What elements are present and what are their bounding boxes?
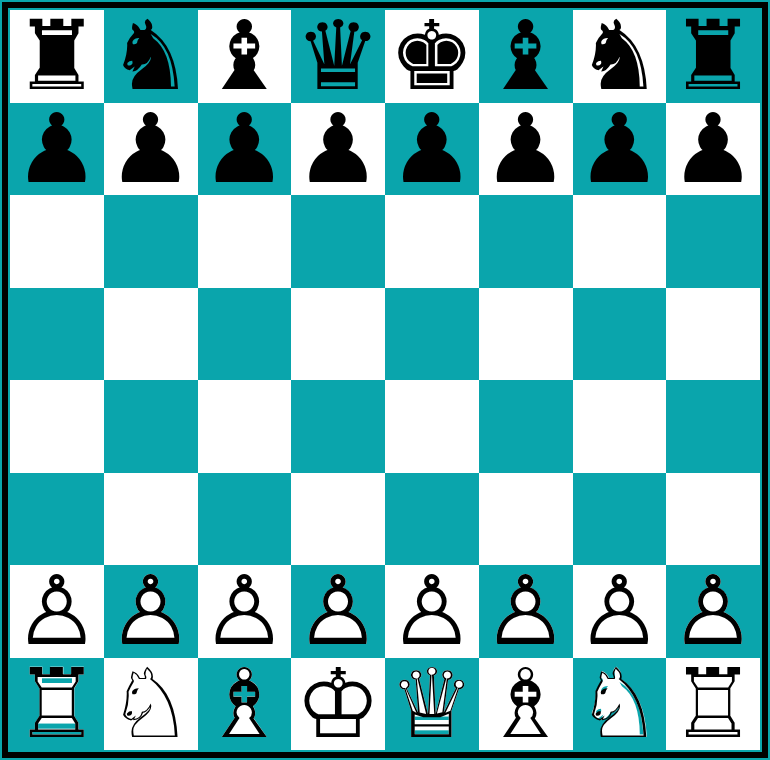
square-b3[interactable]: [104, 473, 198, 566]
square-h8[interactable]: ♜: [666, 10, 760, 103]
black-bishop: ♝: [198, 10, 292, 103]
square-d6[interactable]: [291, 195, 385, 288]
chess-board-frame: ♜♞♝♛♚♝♞♜♟♟♟♟♟♟♟♟♟♙♟♙♟♙♟♙♟♙♟♙♟♙♟♙♜♖♞♘♝♗♚♔…: [0, 0, 770, 760]
white-pawn-fill: ♟: [291, 565, 385, 658]
square-b6[interactable]: [104, 195, 198, 288]
black-rook: ♜: [666, 10, 760, 103]
square-h4[interactable]: [666, 380, 760, 473]
square-g8[interactable]: ♞: [573, 10, 667, 103]
square-f8[interactable]: ♝: [479, 10, 573, 103]
black-pawn: ♟: [198, 103, 292, 196]
square-h3[interactable]: [666, 473, 760, 566]
square-c2[interactable]: ♟♙: [198, 565, 292, 658]
white-pawn: ♙: [573, 565, 667, 658]
square-f5[interactable]: [479, 288, 573, 381]
square-e5[interactable]: [385, 288, 479, 381]
white-rook-fill: ♜: [666, 658, 760, 751]
white-pawn: ♙: [291, 565, 385, 658]
white-pawn-fill: ♟: [104, 565, 198, 658]
square-c7[interactable]: ♟: [198, 103, 292, 196]
square-g2[interactable]: ♟♙: [573, 565, 667, 658]
square-a6[interactable]: [10, 195, 104, 288]
square-b7[interactable]: ♟: [104, 103, 198, 196]
square-e7[interactable]: ♟: [385, 103, 479, 196]
white-pawn-fill: ♟: [10, 565, 104, 658]
white-bishop-fill: ♝: [198, 658, 292, 751]
square-d2[interactable]: ♟♙: [291, 565, 385, 658]
white-knight-fill: ♞: [573, 658, 667, 751]
white-pawn-fill: ♟: [666, 565, 760, 658]
white-pawn: ♙: [479, 565, 573, 658]
square-f1[interactable]: ♝♗: [479, 658, 573, 751]
white-knight-fill: ♞: [104, 658, 198, 751]
square-e2[interactable]: ♟♙: [385, 565, 479, 658]
square-b5[interactable]: [104, 288, 198, 381]
black-pawn: ♟: [10, 103, 104, 196]
chess-board: ♜♞♝♛♚♝♞♜♟♟♟♟♟♟♟♟♟♙♟♙♟♙♟♙♟♙♟♙♟♙♟♙♜♖♞♘♝♗♚♔…: [10, 10, 760, 750]
square-b1[interactable]: ♞♘: [104, 658, 198, 751]
white-pawn-fill: ♟: [479, 565, 573, 658]
square-a3[interactable]: [10, 473, 104, 566]
black-queen: ♛: [291, 10, 385, 103]
white-pawn: ♙: [198, 565, 292, 658]
black-pawn: ♟: [573, 103, 667, 196]
square-a4[interactable]: [10, 380, 104, 473]
square-d4[interactable]: [291, 380, 385, 473]
square-h6[interactable]: [666, 195, 760, 288]
white-queen-fill: ♛: [385, 658, 479, 751]
black-king: ♚: [385, 10, 479, 103]
black-pawn: ♟: [385, 103, 479, 196]
white-pawn-fill: ♟: [198, 565, 292, 658]
white-bishop-fill: ♝: [479, 658, 573, 751]
white-bishop: ♗: [479, 658, 573, 751]
white-queen: ♕: [385, 658, 479, 751]
square-b2[interactable]: ♟♙: [104, 565, 198, 658]
chess-board-trim: ♜♞♝♛♚♝♞♜♟♟♟♟♟♟♟♟♟♙♟♙♟♙♟♙♟♙♟♙♟♙♟♙♜♖♞♘♝♗♚♔…: [8, 8, 762, 752]
square-h5[interactable]: [666, 288, 760, 381]
white-pawn: ♙: [666, 565, 760, 658]
black-pawn: ♟: [479, 103, 573, 196]
black-pawn: ♟: [104, 103, 198, 196]
white-rook: ♖: [10, 658, 104, 751]
square-h7[interactable]: ♟: [666, 103, 760, 196]
white-pawn: ♙: [385, 565, 479, 658]
square-e1[interactable]: ♛♕: [385, 658, 479, 751]
black-knight: ♞: [104, 10, 198, 103]
square-c6[interactable]: [198, 195, 292, 288]
square-d8[interactable]: ♛: [291, 10, 385, 103]
square-c5[interactable]: [198, 288, 292, 381]
white-king-fill: ♚: [291, 658, 385, 751]
square-c1[interactable]: ♝♗: [198, 658, 292, 751]
white-knight: ♘: [573, 658, 667, 751]
square-a1[interactable]: ♜♖: [10, 658, 104, 751]
square-g7[interactable]: ♟: [573, 103, 667, 196]
square-e6[interactable]: [385, 195, 479, 288]
square-b4[interactable]: [104, 380, 198, 473]
square-a5[interactable]: [10, 288, 104, 381]
square-d5[interactable]: [291, 288, 385, 381]
square-g1[interactable]: ♞♘: [573, 658, 667, 751]
white-pawn-fill: ♟: [573, 565, 667, 658]
square-e4[interactable]: [385, 380, 479, 473]
white-pawn: ♙: [104, 565, 198, 658]
white-bishop: ♗: [198, 658, 292, 751]
square-c8[interactable]: ♝: [198, 10, 292, 103]
white-pawn-fill: ♟: [385, 565, 479, 658]
square-a8[interactable]: ♜: [10, 10, 104, 103]
square-a2[interactable]: ♟♙: [10, 565, 104, 658]
square-h2[interactable]: ♟♙: [666, 565, 760, 658]
square-e8[interactable]: ♚: [385, 10, 479, 103]
square-g3[interactable]: [573, 473, 667, 566]
square-d3[interactable]: [291, 473, 385, 566]
square-h1[interactable]: ♜♖: [666, 658, 760, 751]
square-g6[interactable]: [573, 195, 667, 288]
square-f7[interactable]: ♟: [479, 103, 573, 196]
white-rook: ♖: [666, 658, 760, 751]
square-b8[interactable]: ♞: [104, 10, 198, 103]
black-pawn: ♟: [666, 103, 760, 196]
square-g5[interactable]: [573, 288, 667, 381]
square-c3[interactable]: [198, 473, 292, 566]
square-d1[interactable]: ♚♔: [291, 658, 385, 751]
square-c4[interactable]: [198, 380, 292, 473]
black-bishop: ♝: [479, 10, 573, 103]
square-g4[interactable]: [573, 380, 667, 473]
square-f4[interactable]: [479, 380, 573, 473]
square-e3[interactable]: [385, 473, 479, 566]
black-pawn: ♟: [291, 103, 385, 196]
white-pawn: ♙: [10, 565, 104, 658]
white-king: ♔: [291, 658, 385, 751]
square-f2[interactable]: ♟♙: [479, 565, 573, 658]
square-a7[interactable]: ♟: [10, 103, 104, 196]
black-rook: ♜: [10, 10, 104, 103]
black-knight: ♞: [573, 10, 667, 103]
square-f3[interactable]: [479, 473, 573, 566]
square-d7[interactable]: ♟: [291, 103, 385, 196]
white-rook-fill: ♜: [10, 658, 104, 751]
square-f6[interactable]: [479, 195, 573, 288]
white-knight: ♘: [104, 658, 198, 751]
